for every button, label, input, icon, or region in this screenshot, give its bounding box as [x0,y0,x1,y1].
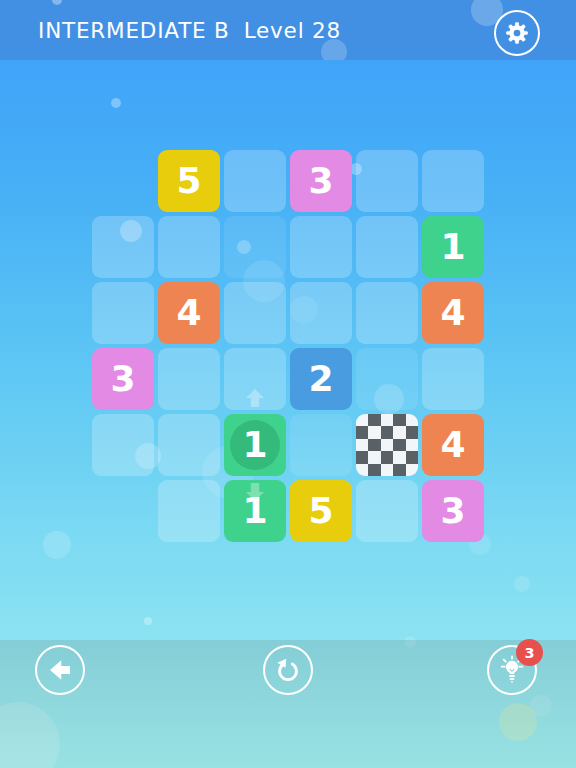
hint-count-badge: 3 [516,639,543,666]
tile-green-1-r2c6[interactable]: 1 [422,216,484,278]
cell-r1c3[interactable] [224,150,286,212]
restart-button[interactable] [263,645,313,695]
tile-number: 1 [440,229,465,265]
tile-number: 3 [110,361,135,397]
cell-r4c2[interactable] [158,348,220,410]
header: INTERMEDIATE B Level 28 [0,0,576,60]
bubble [111,98,121,108]
cell-r3c3[interactable] [224,282,286,344]
cell-r2c2[interactable] [158,216,220,278]
tile-number: 1 [242,493,267,529]
tile-number: 3 [440,493,465,529]
tile-number: 4 [176,295,201,331]
direction-arrow-up-icon [244,387,266,409]
tile-number: 1 [242,427,267,463]
restart-icon [273,655,303,685]
cell-r1c5[interactable] [356,150,418,212]
cell-r4c6[interactable] [422,348,484,410]
cell-r3c5[interactable] [356,282,418,344]
cell-r2c4[interactable] [290,216,352,278]
bottom-bar: 3 [0,640,576,768]
cell-r4c3[interactable] [224,348,286,410]
cell-r5c1[interactable] [92,414,154,476]
tile-orange-4-r3c2[interactable]: 4 [158,282,220,344]
cell-r3c4[interactable] [290,282,352,344]
cell-r1c1 [92,150,154,212]
cell-r6c2[interactable] [158,480,220,542]
cell-r2c3 [224,216,286,278]
cell-r3c1[interactable] [92,282,154,344]
game-board: 531443214153 [92,150,484,542]
tile-number: 3 [308,163,333,199]
cell-r4c5 [356,348,418,410]
tile-number: 2 [308,361,333,397]
tile-number: 5 [308,493,333,529]
bubble [43,531,71,559]
cell-r2c1[interactable] [92,216,154,278]
cell-r6c5[interactable] [356,480,418,542]
bubble [514,576,530,592]
bubble [144,617,152,625]
cell-r6c1 [92,480,154,542]
tile-orange-4-r5c6[interactable]: 4 [422,414,484,476]
goal-checkered-r5c5[interactable] [356,414,418,476]
game-screen: INTERMEDIATE B Level 28 [0,0,576,768]
tile-yellow-5-r6c4[interactable]: 5 [290,480,352,542]
page-title: INTERMEDIATE B Level 28 [38,0,341,60]
tile-yellow-5-r1c2[interactable]: 5 [158,150,220,212]
tile-magenta-3-r4c1[interactable]: 3 [92,348,154,410]
back-button[interactable] [35,645,85,695]
tile-number: 5 [176,163,201,199]
tile-number: 4 [440,295,465,331]
settings-button[interactable] [494,10,540,56]
back-arrow-icon [45,655,75,685]
hint-button[interactable]: 3 [487,645,537,695]
tile-green-1-r5c3-selected[interactable]: 1 [224,414,286,476]
tile-green-1-r6c3[interactable]: 1 [224,480,286,542]
cell-r5c4 [290,414,352,476]
tile-number: 4 [440,427,465,463]
difficulty-label: INTERMEDIATE B [38,18,230,43]
gear-icon [503,19,531,47]
cell-r2c5[interactable] [356,216,418,278]
tile-blue-2-r4c4[interactable]: 2 [290,348,352,410]
tile-magenta-3-r6c6[interactable]: 3 [422,480,484,542]
checkered-flag-pattern [356,414,418,476]
cell-r5c2[interactable] [158,414,220,476]
tile-orange-4-r3c6[interactable]: 4 [422,282,484,344]
tile-magenta-3-r1c4[interactable]: 3 [290,150,352,212]
cell-r1c6[interactable] [422,150,484,212]
level-label: Level 28 [244,18,341,43]
